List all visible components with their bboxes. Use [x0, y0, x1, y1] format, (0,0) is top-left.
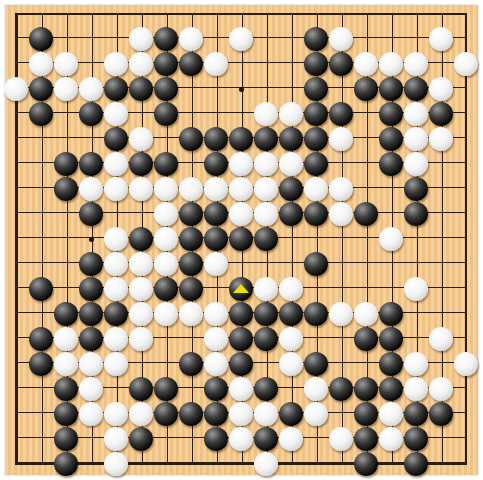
black-stone [29, 352, 53, 376]
intersection-2-13[interactable] [29, 302, 54, 327]
black-stone [379, 327, 403, 351]
white-stone [279, 277, 303, 301]
intersection-6-19[interactable] [129, 452, 154, 477]
black-stone [254, 127, 278, 151]
intersection-2-6[interactable] [29, 127, 54, 152]
intersection-6-5[interactable] [129, 102, 154, 127]
intersection-5-16[interactable] [104, 377, 129, 402]
intersection-3-5[interactable] [54, 102, 79, 127]
intersection-10-5[interactable] [229, 102, 254, 127]
black-stone [229, 302, 253, 326]
white-stone [279, 427, 303, 451]
intersection-16-2[interactable] [379, 27, 404, 52]
white-stone [104, 277, 128, 301]
intersection-17-11[interactable] [404, 252, 429, 277]
white-stone [454, 52, 478, 76]
white-stone [104, 252, 128, 276]
intersection-12-4[interactable] [279, 77, 304, 102]
black-stone [279, 402, 303, 426]
intersection-5-9[interactable] [104, 202, 129, 227]
white-stone [404, 152, 428, 176]
intersection-13-12[interactable] [304, 277, 329, 302]
white-stone [279, 152, 303, 176]
white-stone [129, 252, 153, 276]
black-stone [79, 327, 103, 351]
intersection-1-8[interactable] [4, 177, 29, 202]
black-stone [79, 152, 103, 176]
intersection-9-1[interactable] [204, 2, 229, 27]
intersection-4-18[interactable] [79, 427, 104, 452]
intersection-15-5[interactable] [354, 102, 379, 127]
intersection-19-9[interactable] [454, 202, 479, 227]
white-stone [429, 327, 453, 351]
intersection-8-19[interactable] [179, 452, 204, 477]
black-stone [379, 127, 403, 151]
black-stone [54, 427, 78, 451]
intersection-18-10[interactable] [429, 227, 454, 252]
white-stone [79, 77, 103, 101]
intersection-18-18[interactable] [429, 427, 454, 452]
intersection-2-11[interactable] [29, 252, 54, 277]
intersection-16-11[interactable] [379, 252, 404, 277]
intersection-9-2[interactable] [204, 27, 229, 52]
white-stone [329, 127, 353, 151]
white-stone [379, 52, 403, 76]
black-stone [79, 202, 103, 226]
white-stone [54, 327, 78, 351]
black-stone [204, 377, 228, 401]
intersection-19-1[interactable] [454, 2, 479, 27]
black-stone [79, 302, 103, 326]
intersection-8-14[interactable] [179, 327, 204, 352]
intersection-9-12[interactable] [204, 277, 229, 302]
intersection-16-1[interactable] [379, 2, 404, 27]
black-stone [54, 152, 78, 176]
intersection-1-1[interactable] [4, 2, 29, 27]
intersection-15-10[interactable] [354, 227, 379, 252]
white-stone [204, 252, 228, 276]
black-stone [229, 352, 253, 376]
intersection-12-11[interactable] [279, 252, 304, 277]
intersection-16-19[interactable] [379, 452, 404, 477]
intersection-1-10[interactable] [4, 227, 29, 252]
intersection-19-18[interactable] [454, 427, 479, 452]
intersection-1-6[interactable] [4, 127, 29, 152]
intersection-1-2[interactable] [4, 27, 29, 52]
white-stone [304, 177, 328, 201]
intersection-2-18[interactable] [29, 427, 54, 452]
white-stone [404, 102, 428, 126]
white-stone [129, 302, 153, 326]
white-stone [404, 52, 428, 76]
intersection-7-14[interactable] [154, 327, 179, 352]
white-stone [429, 77, 453, 101]
intersection-11-3[interactable] [254, 52, 279, 77]
intersection-14-15[interactable] [329, 352, 354, 377]
intersection-12-10[interactable] [279, 227, 304, 252]
black-stone [229, 127, 253, 151]
intersection-1-15[interactable] [4, 352, 29, 377]
intersection-19-11[interactable] [454, 252, 479, 277]
black-stone [79, 277, 103, 301]
black-stone [404, 402, 428, 426]
intersection-2-1[interactable] [29, 2, 54, 27]
black-stone [254, 327, 278, 351]
black-stone [204, 152, 228, 176]
black-stone [204, 427, 228, 451]
intersection-15-6[interactable] [354, 127, 379, 152]
black-stone [79, 252, 103, 276]
intersection-12-3[interactable] [279, 52, 304, 77]
intersection-12-2[interactable] [279, 27, 304, 52]
black-stone [279, 302, 303, 326]
black-stone [304, 202, 328, 226]
white-stone [229, 402, 253, 426]
intersection-3-9[interactable] [54, 202, 79, 227]
white-stone [404, 277, 428, 301]
white-stone [104, 352, 128, 376]
intersection-12-1[interactable] [279, 2, 304, 27]
black-stone [279, 127, 303, 151]
black-stone [354, 327, 378, 351]
intersection-14-4[interactable] [329, 77, 354, 102]
intersection-19-5[interactable] [454, 102, 479, 127]
intersection-2-19[interactable] [29, 452, 54, 477]
intersection-8-16[interactable] [179, 377, 204, 402]
intersection-15-12[interactable] [354, 277, 379, 302]
intersection-4-2[interactable] [79, 27, 104, 52]
intersection-18-19[interactable] [429, 452, 454, 477]
black-stone [179, 402, 203, 426]
white-stone [104, 327, 128, 351]
white-stone [304, 402, 328, 426]
black-stone [29, 327, 53, 351]
black-stone [129, 227, 153, 251]
white-stone [354, 302, 378, 326]
black-stone [429, 102, 453, 126]
intersection-18-9[interactable] [429, 202, 454, 227]
intersection-19-19[interactable] [454, 452, 479, 477]
intersection-18-3[interactable] [429, 52, 454, 77]
intersection-17-14[interactable] [404, 327, 429, 352]
intersection-14-11[interactable] [329, 252, 354, 277]
intersection-19-8[interactable] [454, 177, 479, 202]
white-stone [254, 202, 278, 226]
black-stone [354, 202, 378, 226]
white-stone [104, 102, 128, 126]
black-stone [354, 402, 378, 426]
intersection-11-11[interactable] [254, 252, 279, 277]
intersection-14-19[interactable] [329, 452, 354, 477]
intersection-8-7[interactable] [179, 152, 204, 177]
white-stone [79, 402, 103, 426]
intersection-14-12[interactable] [329, 277, 354, 302]
white-stone [379, 402, 403, 426]
intersection-2-17[interactable] [29, 402, 54, 427]
intersection-14-10[interactable] [329, 227, 354, 252]
intersection-15-2[interactable] [354, 27, 379, 52]
white-stone [254, 152, 278, 176]
intersection-3-1[interactable] [54, 2, 79, 27]
last-move-marker-triangle [233, 284, 249, 293]
black-stone [329, 377, 353, 401]
black-stone [29, 27, 53, 51]
intersection-19-16[interactable] [454, 377, 479, 402]
black-stone [129, 152, 153, 176]
intersection-13-18[interactable] [304, 427, 329, 452]
intersection-2-10[interactable] [29, 227, 54, 252]
black-stone [154, 77, 178, 101]
black-stone [229, 227, 253, 251]
intersection-19-10[interactable] [454, 227, 479, 252]
white-stone [129, 27, 153, 51]
black-stone [304, 77, 328, 101]
black-stone [179, 227, 203, 251]
intersection-4-10[interactable] [79, 227, 104, 252]
intersection-13-10[interactable] [304, 227, 329, 252]
intersection-19-6[interactable] [454, 127, 479, 152]
black-stone [279, 177, 303, 201]
intersection-13-19[interactable] [304, 452, 329, 477]
intersection-4-19[interactable] [79, 452, 104, 477]
intersection-1-11[interactable] [4, 252, 29, 277]
intersection-10-3[interactable] [229, 52, 254, 77]
intersection-3-10[interactable] [54, 227, 79, 252]
white-stone [329, 27, 353, 51]
intersection-7-1[interactable] [154, 2, 179, 27]
intersection-16-8[interactable] [379, 177, 404, 202]
intersection-11-2[interactable] [254, 27, 279, 52]
intersection-12-19[interactable] [279, 452, 304, 477]
intersection-10-19[interactable] [229, 452, 254, 477]
white-stone [104, 227, 128, 251]
intersection-2-7[interactable] [29, 152, 54, 177]
intersection-11-4[interactable] [254, 77, 279, 102]
black-stone [129, 77, 153, 101]
intersection-19-4[interactable] [454, 77, 479, 102]
intersection-10-1[interactable] [229, 2, 254, 27]
white-stone [204, 52, 228, 76]
white-stone [429, 27, 453, 51]
white-stone [279, 352, 303, 376]
intersection-4-1[interactable] [79, 2, 104, 27]
white-stone [354, 52, 378, 76]
white-stone [104, 52, 128, 76]
black-stone [204, 227, 228, 251]
intersection-1-19[interactable] [4, 452, 29, 477]
white-stone [54, 77, 78, 101]
intersection-8-4[interactable] [179, 77, 204, 102]
intersection-18-7[interactable] [429, 152, 454, 177]
white-stone [229, 202, 253, 226]
intersection-1-18[interactable] [4, 427, 29, 452]
intersection-5-2[interactable] [104, 27, 129, 52]
intersection-19-7[interactable] [454, 152, 479, 177]
black-stone [179, 277, 203, 301]
intersection-19-12[interactable] [454, 277, 479, 302]
white-stone [79, 177, 103, 201]
intersection-3-11[interactable] [54, 252, 79, 277]
intersection-6-15[interactable] [129, 352, 154, 377]
intersection-19-2[interactable] [454, 27, 479, 52]
intersection-1-13[interactable] [4, 302, 29, 327]
white-stone [229, 177, 253, 201]
intersection-8-1[interactable] [179, 2, 204, 27]
intersection-14-17[interactable] [329, 402, 354, 427]
black-stone [404, 452, 428, 476]
white-stone [329, 202, 353, 226]
black-stone [29, 102, 53, 126]
black-stone [379, 152, 403, 176]
white-stone [254, 277, 278, 301]
intersection-9-19[interactable] [204, 452, 229, 477]
intersection-18-11[interactable] [429, 252, 454, 277]
intersection-7-15[interactable] [154, 352, 179, 377]
intersection-10-11[interactable] [229, 252, 254, 277]
black-stone [179, 52, 203, 76]
black-stone [54, 402, 78, 426]
intersection-10-4[interactable] [229, 77, 254, 102]
black-stone [354, 427, 378, 451]
intersection-6-1[interactable] [129, 2, 154, 27]
white-stone [154, 227, 178, 251]
black-stone [429, 402, 453, 426]
white-stone [429, 377, 453, 401]
intersection-14-14[interactable] [329, 327, 354, 352]
white-stone [454, 352, 478, 376]
intersection-1-5[interactable] [4, 102, 29, 127]
white-stone [104, 427, 128, 451]
black-stone [229, 327, 253, 351]
white-stone [129, 127, 153, 151]
black-stone [104, 77, 128, 101]
white-stone [179, 302, 203, 326]
black-stone [54, 177, 78, 201]
intersection-19-14[interactable] [454, 327, 479, 352]
intersection-11-1[interactable] [254, 2, 279, 27]
intersection-7-6[interactable] [154, 127, 179, 152]
black-stone [304, 52, 328, 76]
intersection-5-1[interactable] [104, 2, 129, 27]
black-stone [204, 127, 228, 151]
black-stone [29, 77, 53, 101]
intersection-16-12[interactable] [379, 277, 404, 302]
intersection-2-9[interactable] [29, 202, 54, 227]
intersection-15-11[interactable] [354, 252, 379, 277]
intersection-1-12[interactable] [4, 277, 29, 302]
intersection-12-16[interactable] [279, 377, 304, 402]
white-stone [179, 177, 203, 201]
white-stone [79, 377, 103, 401]
black-stone [304, 252, 328, 276]
intersection-1-7[interactable] [4, 152, 29, 177]
intersection-18-15[interactable] [429, 352, 454, 377]
intersection-7-18[interactable] [154, 427, 179, 452]
white-stone [104, 402, 128, 426]
intersection-15-8[interactable] [354, 177, 379, 202]
intersection-4-3[interactable] [79, 52, 104, 77]
intersection-13-1[interactable] [304, 2, 329, 27]
intersection-15-7[interactable] [354, 152, 379, 177]
white-stone [54, 352, 78, 376]
intersection-1-14[interactable] [4, 327, 29, 352]
intersection-18-1[interactable] [429, 2, 454, 27]
intersection-3-2[interactable] [54, 27, 79, 52]
white-stone [129, 177, 153, 201]
intersection-8-5[interactable] [179, 102, 204, 127]
black-stone [404, 202, 428, 226]
intersection-9-4[interactable] [204, 77, 229, 102]
go-app-window [0, 0, 483, 480]
white-stone [229, 377, 253, 401]
intersection-14-1[interactable] [329, 2, 354, 27]
intersection-2-16[interactable] [29, 377, 54, 402]
black-stone [304, 127, 328, 151]
intersection-15-1[interactable] [354, 2, 379, 27]
white-stone [279, 102, 303, 126]
intersection-4-6[interactable] [79, 127, 104, 152]
intersection-1-9[interactable] [4, 202, 29, 227]
intersection-2-8[interactable] [29, 177, 54, 202]
intersection-17-13[interactable] [404, 302, 429, 327]
intersection-3-12[interactable] [54, 277, 79, 302]
intersection-1-17[interactable] [4, 402, 29, 427]
white-stone [54, 52, 78, 76]
intersection-17-2[interactable] [404, 27, 429, 52]
intersection-6-9[interactable] [129, 202, 154, 227]
black-stone [304, 302, 328, 326]
white-stone [229, 152, 253, 176]
intersection-18-13[interactable] [429, 302, 454, 327]
intersection-19-13[interactable] [454, 302, 479, 327]
black-stone [254, 427, 278, 451]
intersection-18-12[interactable] [429, 277, 454, 302]
intersection-8-18[interactable] [179, 427, 204, 452]
black-stone [254, 377, 278, 401]
white-stone [104, 177, 128, 201]
go-board[interactable] [5, 5, 478, 475]
intersection-16-9[interactable] [379, 202, 404, 227]
white-stone [229, 427, 253, 451]
intersection-15-15[interactable] [354, 352, 379, 377]
black-stone [304, 27, 328, 51]
white-stone [229, 27, 253, 51]
black-stone [29, 277, 53, 301]
intersection-17-10[interactable] [404, 227, 429, 252]
white-stone [304, 377, 328, 401]
white-stone [129, 277, 153, 301]
intersection-1-3[interactable] [4, 52, 29, 77]
white-stone [404, 377, 428, 401]
intersection-14-7[interactable] [329, 152, 354, 177]
white-stone [404, 127, 428, 151]
intersection-17-1[interactable] [404, 2, 429, 27]
white-stone [329, 177, 353, 201]
white-stone [179, 27, 203, 51]
white-stone [104, 152, 128, 176]
intersection-3-6[interactable] [54, 127, 79, 152]
intersection-13-14[interactable] [304, 327, 329, 352]
intersection-9-5[interactable] [204, 102, 229, 127]
intersection-18-8[interactable] [429, 177, 454, 202]
intersection-11-15[interactable] [254, 352, 279, 377]
intersection-19-17[interactable] [454, 402, 479, 427]
intersection-1-16[interactable] [4, 377, 29, 402]
black-stone [154, 277, 178, 301]
intersection-7-19[interactable] [154, 452, 179, 477]
white-stone [154, 252, 178, 276]
white-stone [329, 427, 353, 451]
